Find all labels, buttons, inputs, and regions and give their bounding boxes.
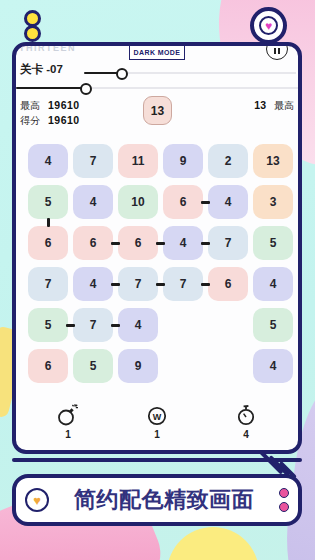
merge-link-horizontal <box>201 201 210 205</box>
grid-cell-r1c4[interactable]: 9 <box>163 144 203 178</box>
grid-cell-r6c1[interactable]: 6 <box>28 349 68 383</box>
w-circle-icon: W <box>144 402 170 428</box>
grid-cell-r2c4[interactable]: 6 <box>163 185 203 219</box>
merge-link-horizontal <box>111 242 120 246</box>
current-score-label: 得分 <box>20 115 40 126</box>
progress-knob[interactable] <box>80 83 92 95</box>
banner-dots <box>279 488 289 512</box>
promo-banner: ♥ 简约配色精致画面 <box>12 474 302 526</box>
grid-cell-r1c2[interactable]: 7 <box>73 144 113 178</box>
grid-cell-r4c5[interactable]: 6 <box>208 267 248 301</box>
grid-cell-r5c6[interactable]: 5 <box>253 308 293 342</box>
grid-cell-r3c3[interactable]: 6 <box>118 226 158 260</box>
grid-cell-r3c2[interactable]: 6 <box>73 226 113 260</box>
grid-cell-r1c6[interactable]: 13 <box>253 144 293 178</box>
grid-cell-r6c2[interactable]: 5 <box>73 349 113 383</box>
game-card: THIRTEEN DARK MODE 关卡 -07 最高19610 得分1961… <box>12 42 302 454</box>
grid-cell-r2c2[interactable]: 4 <box>73 185 113 219</box>
merge-link-horizontal <box>111 324 120 328</box>
max-tile-badge: 13 <box>143 96 172 125</box>
grid-cell-r2c1[interactable]: 5 <box>28 185 68 219</box>
wildcard-count: 1 <box>154 429 160 440</box>
powerup-timer[interactable]: 4 <box>224 402 268 440</box>
background-yellow-circle <box>167 527 259 560</box>
merge-link-vertical <box>47 218 51 227</box>
grid-cell-r1c5[interactable]: 2 <box>208 144 248 178</box>
progress-fill <box>16 87 84 90</box>
merge-link-horizontal <box>66 324 75 328</box>
grid-cell-r4c2[interactable]: 4 <box>73 267 113 301</box>
best-score-row: 最高19610 <box>20 99 80 113</box>
card-shadow-line <box>12 458 302 462</box>
grid-cell-r4c3[interactable]: 7 <box>118 267 158 301</box>
pause-button[interactable] <box>266 42 288 60</box>
grid-cell-r1c1[interactable]: 4 <box>28 144 68 178</box>
grid-cell-r4c1[interactable]: 7 <box>28 267 68 301</box>
timer-count: 4 <box>243 429 249 440</box>
grid-cell-r3c1[interactable]: 6 <box>28 226 68 260</box>
merge-link-horizontal <box>156 283 165 287</box>
grid-cell-r5c3[interactable]: 4 <box>118 308 158 342</box>
merge-link-horizontal <box>156 242 165 246</box>
grid-cell-r2c3[interactable]: 10 <box>118 185 158 219</box>
merge-link-horizontal <box>201 242 210 246</box>
best-score-label: 最高 <box>20 100 40 111</box>
heart-button[interactable]: ♥ <box>250 7 287 44</box>
right-best-value: 13 <box>254 99 266 111</box>
grid-cell-r5c1[interactable]: 5 <box>28 308 68 342</box>
grid-cell-r2c6[interactable]: 3 <box>253 185 293 219</box>
grid-cell-r5c2[interactable]: 7 <box>73 308 113 342</box>
grid-cell-r3c6[interactable]: 5 <box>253 226 293 260</box>
bomb-count: 1 <box>65 429 71 440</box>
powerup-wildcard[interactable]: W 1 <box>135 402 179 440</box>
right-best-label: 最高 <box>274 100 294 111</box>
watermark-text: THIRTEEN <box>19 43 76 53</box>
pause-icon <box>278 48 280 54</box>
grid-cell-r3c4[interactable]: 4 <box>163 226 203 260</box>
heart-icon: ♥ <box>259 16 278 35</box>
grid-cell-r1c3[interactable]: 11 <box>118 144 158 178</box>
right-best-row: 13最高 <box>254 99 294 113</box>
best-score-value: 19610 <box>48 99 80 111</box>
level-label: 关卡 -07 <box>20 62 63 77</box>
pause-icon <box>274 48 276 54</box>
merge-link-horizontal <box>201 283 210 287</box>
grid-cell-r4c4[interactable]: 7 <box>163 267 203 301</box>
bomb-icon <box>55 402 81 428</box>
grid-cell-r6c6[interactable]: 4 <box>253 349 293 383</box>
banner-text: 简约配色精致画面 <box>49 485 279 515</box>
current-score-value: 19610 <box>48 114 80 126</box>
grid-cell-r3c5[interactable]: 7 <box>208 226 248 260</box>
current-score-row: 得分19610 <box>20 114 80 128</box>
powerup-bomb[interactable]: 1 <box>46 402 90 440</box>
stopwatch-icon <box>233 402 259 428</box>
grid-cell-r6c3[interactable]: 9 <box>118 349 158 383</box>
level-slider-knob[interactable] <box>116 68 128 80</box>
merge-link-horizontal <box>111 283 120 287</box>
banner-heart-icon: ♥ <box>25 488 49 512</box>
svg-text:W: W <box>153 412 162 422</box>
grid-cell-r2c5[interactable]: 4 <box>208 185 248 219</box>
dark-mode-button[interactable]: DARK MODE <box>129 45 185 60</box>
grid-cell-r4c6[interactable]: 4 <box>253 267 293 301</box>
deco-dot-bottom <box>24 25 41 42</box>
powerup-bar: 1 W 1 4 <box>46 402 268 440</box>
